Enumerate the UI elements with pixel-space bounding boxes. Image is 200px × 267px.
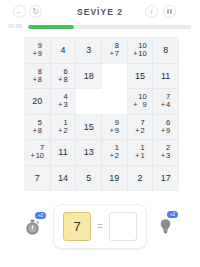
timer-label: 00:09 (8, 23, 22, 29)
plus-sign: + (110, 127, 114, 135)
board-cell[interactable]: 15 (76, 115, 101, 140)
board-cell[interactable]: +69 (153, 115, 178, 140)
equation-answer-slot[interactable] (109, 212, 137, 241)
board-cell[interactable]: +11 (128, 140, 153, 165)
hint-badge: +2 (167, 211, 178, 218)
board-cell[interactable]: +1010 (128, 38, 153, 63)
plus-sign: + (58, 127, 62, 135)
board-cell[interactable]: +12 (102, 140, 127, 165)
board-cell[interactable]: 11 (153, 64, 178, 89)
plus-sign: + (161, 101, 165, 109)
board-cell[interactable]: 19 (102, 166, 127, 191)
board-cell[interactable]: +88 (25, 64, 50, 89)
board: +9943+87+10108+88+6818151120+43+109+74+5… (25, 38, 178, 190)
board-cell[interactable]: 3 (76, 38, 101, 63)
board-cell[interactable]: 18 (76, 64, 101, 89)
hint-powerup-button[interactable]: +2 (156, 211, 178, 237)
progress-fill (28, 25, 74, 29)
plus-sign: + (31, 152, 35, 160)
app: ← ↻ SEVİYE 2 i 00:09 +9943+87+10108+88+6… (0, 0, 200, 267)
plus-sign: + (33, 50, 37, 58)
plus-sign: + (135, 127, 139, 135)
equals-sign: = (97, 221, 103, 232)
plus-sign: + (110, 50, 114, 58)
board-gap (102, 89, 127, 114)
lightbulb-icon (159, 218, 173, 235)
board-cell[interactable]: +43 (51, 89, 76, 114)
board-cell[interactable]: 17 (153, 166, 178, 191)
board-cell[interactable]: 11 (51, 140, 76, 165)
board-cell[interactable]: +72 (128, 115, 153, 140)
board-cell[interactable]: +710 (25, 140, 50, 165)
board-cell[interactable]: 8 (153, 38, 178, 63)
board-cell[interactable]: +12 (51, 115, 76, 140)
plus-sign: + (58, 76, 62, 84)
board-cell[interactable]: +109 (128, 89, 153, 114)
board-cell[interactable]: +58 (25, 115, 50, 140)
pause-icon (167, 9, 172, 14)
board-cell[interactable]: 13 (76, 140, 101, 165)
board-cell[interactable]: 7 (25, 166, 50, 191)
board-cell[interactable]: +74 (153, 89, 178, 114)
plus-sign: + (33, 127, 37, 135)
plus-sign: + (133, 101, 137, 109)
plus-sign: + (161, 127, 165, 135)
board-cell[interactable]: +99 (25, 38, 50, 63)
board-gap (76, 89, 101, 114)
pause-button[interactable] (163, 5, 176, 18)
plus-sign: + (33, 76, 37, 84)
board-cell[interactable]: +23 (153, 140, 178, 165)
info-button[interactable]: i (145, 5, 158, 18)
board-cell[interactable]: 14 (51, 166, 76, 191)
board-cell[interactable]: 4 (51, 38, 76, 63)
board-cell[interactable]: 2 (128, 166, 153, 191)
plus-sign: + (58, 101, 62, 109)
plus-sign: + (110, 152, 114, 160)
board-cell[interactable]: 20 (25, 89, 50, 114)
board-cell[interactable]: +99 (102, 115, 127, 140)
plus-sign: + (135, 152, 139, 160)
board-gap (102, 64, 127, 89)
plus-sign: + (161, 152, 165, 160)
stopwatch-powerup-button[interactable]: +2 (24, 212, 46, 238)
board-cell[interactable]: 5 (76, 166, 101, 191)
board-cell[interactable]: +87 (102, 38, 127, 63)
equation-value-tile[interactable]: 7 (63, 212, 91, 241)
stopwatch-icon (25, 219, 40, 236)
stopwatch-badge: +2 (35, 212, 46, 219)
level-progress-bar (28, 25, 191, 29)
board-cell[interactable]: 15 (128, 64, 153, 89)
equation-card: 7 = (53, 204, 147, 249)
plus-sign: + (133, 50, 137, 58)
board-cell[interactable]: +68 (51, 64, 76, 89)
